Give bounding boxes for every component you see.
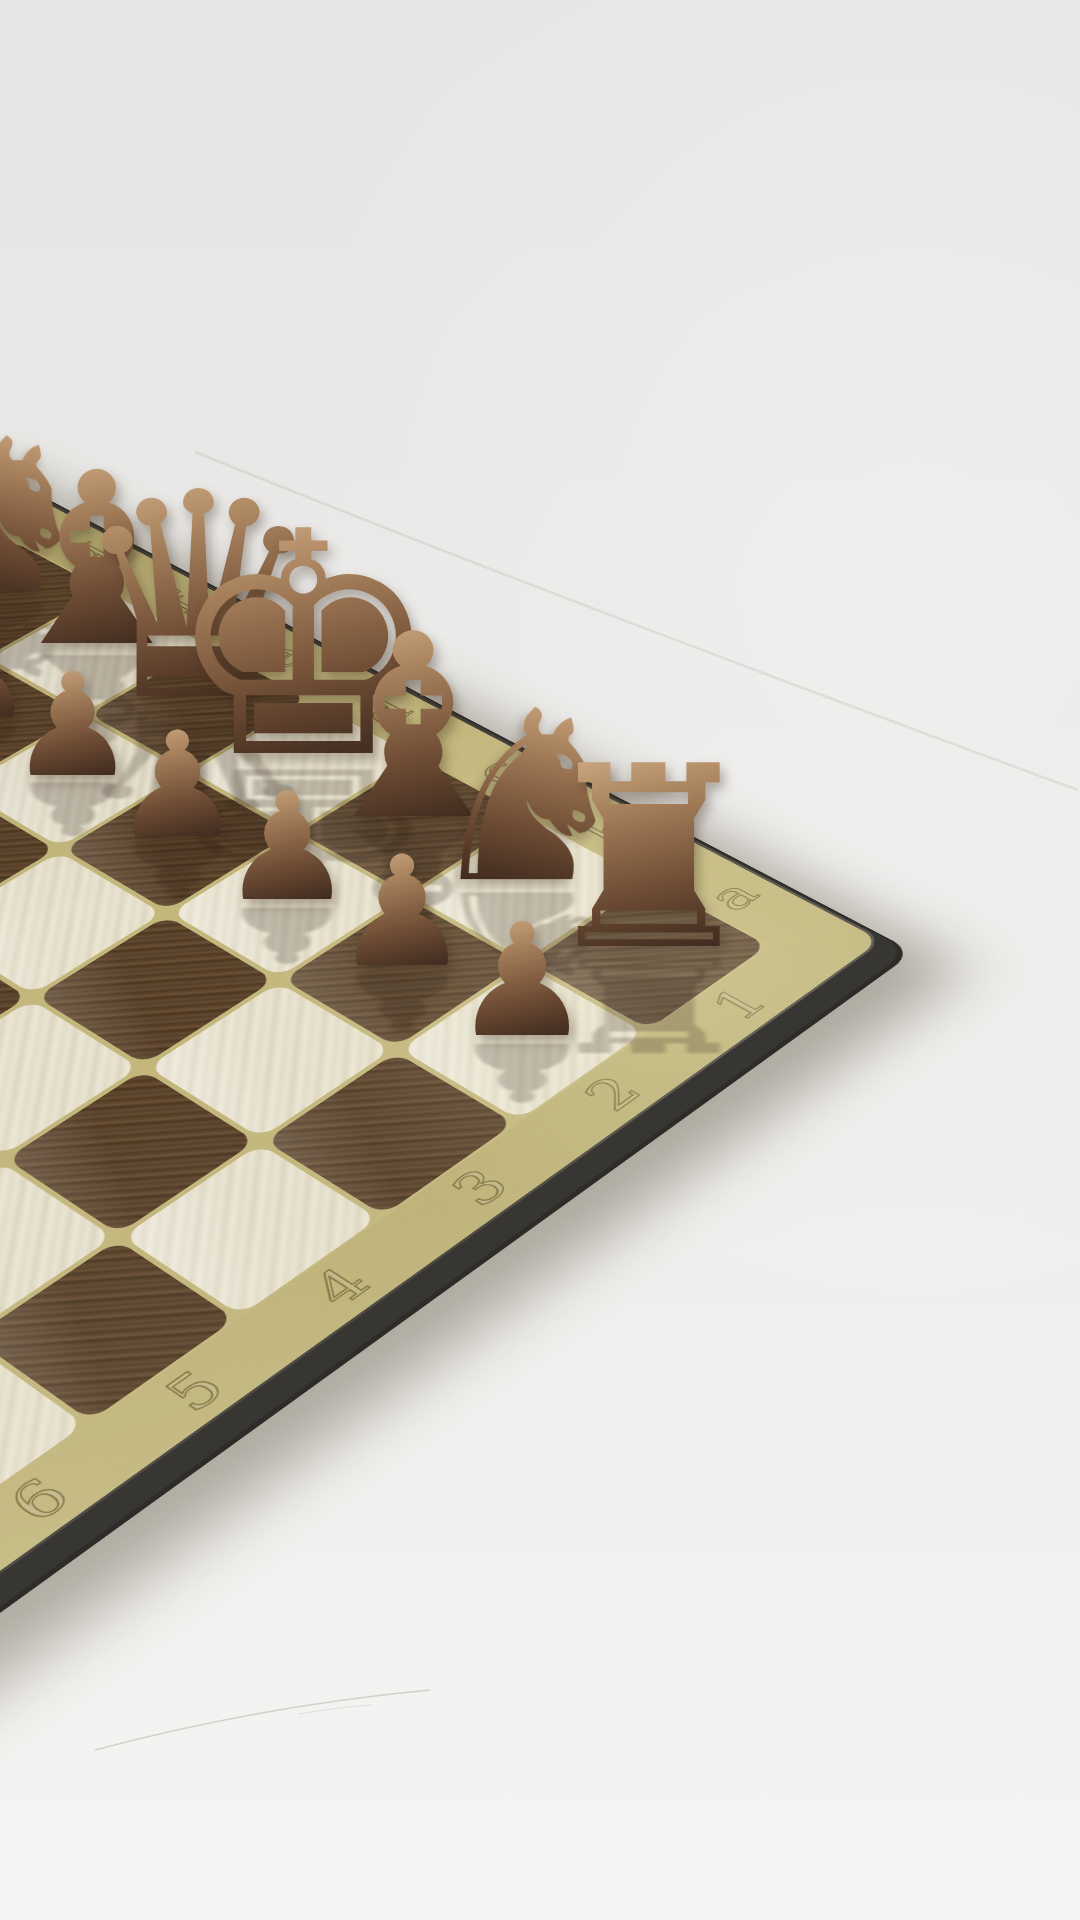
screenshot-root: { "game": "chess", "scene": { "descripti… xyxy=(0,0,1080,1920)
floor-scratch-short xyxy=(298,1705,372,1714)
file-label-h: h xyxy=(0,460,69,545)
rank-label-6: 6 xyxy=(0,1430,140,1574)
floor-scratch-long xyxy=(95,1690,430,1750)
chess-board: abcdefgh 87654321 xyxy=(0,442,885,1891)
product-photo: abcdefgh 87654321 ♟♟♟♟♟♟♟♟♟♟♟♟♜♜♞♞♝♝♚♚♛♛… xyxy=(0,0,1080,1920)
